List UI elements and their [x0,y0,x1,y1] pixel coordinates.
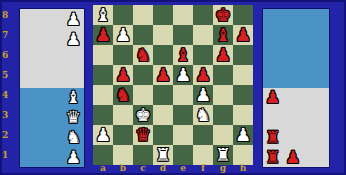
red-king[interactable]: ♚ [215,5,231,25]
square-e8[interactable] [173,5,193,25]
square-a2[interactable]: ♟ [93,125,113,145]
tray-row-7 [263,29,329,49]
rank-label: 7 [2,25,13,45]
square-f5[interactable]: ♟ [193,65,213,85]
square-d7[interactable] [153,25,173,45]
square-d4[interactable] [153,85,173,105]
red-pawn[interactable]: ♟ [115,65,131,85]
square-c8[interactable] [133,5,153,25]
white-knight[interactable]: ♞ [66,127,81,147]
square-b1[interactable] [113,145,133,165]
file-label: f [193,163,213,174]
square-b5[interactable]: ♟ [113,65,133,85]
white-pawn[interactable]: ♟ [66,9,81,29]
square-g8[interactable]: ♚ [213,5,233,25]
square-b8[interactable] [113,5,133,25]
tray-row-3: ♛ [20,107,84,127]
captured-tray-red: ♟♜♜♟ [262,8,330,168]
red-rook[interactable]: ♜ [265,127,280,147]
tray-row-4: ♟ [263,87,329,107]
square-h4[interactable] [233,85,253,105]
square-e4[interactable] [173,85,193,105]
tray-row-2: ♜ [263,127,329,147]
square-c2[interactable]: ♛ [133,125,153,145]
square-b3[interactable] [113,105,133,125]
white-rook[interactable]: ♜ [215,145,231,165]
tray-row-2: ♞ [20,127,84,147]
tray-row-7: ♟ [20,29,84,49]
white-king[interactable]: ♚ [135,105,151,125]
tray-row-5 [263,68,329,88]
square-a5[interactable] [93,65,113,85]
white-pawn[interactable]: ♟ [66,29,81,49]
white-knight[interactable]: ♞ [195,105,211,125]
square-d1[interactable]: ♜ [153,145,173,165]
square-a8[interactable]: ♝ [93,5,113,25]
red-knight[interactable]: ♞ [135,45,151,65]
square-a6[interactable] [93,45,113,65]
file-labels: abcdefgh [93,163,253,174]
square-a7[interactable]: ♟ [93,25,113,45]
square-c1[interactable] [133,145,153,165]
square-g5[interactable] [213,65,233,85]
square-a4[interactable] [93,85,113,105]
square-b4[interactable]: ♞ [113,85,133,105]
white-pawn[interactable]: ♟ [66,147,81,167]
tray-row-8 [263,9,329,29]
file-label: d [153,163,173,174]
square-g2[interactable] [213,125,233,145]
square-a3[interactable] [93,105,113,125]
tray-row-5 [20,68,84,87]
square-f2[interactable] [193,125,213,145]
square-f7[interactable] [193,25,213,45]
rank-labels: 87654321 [2,5,13,165]
white-queen[interactable]: ♛ [66,107,81,127]
white-pawn[interactable]: ♟ [195,85,211,105]
tray-row-4: ♝ [20,87,84,107]
tray-row-8: ♟ [20,9,84,29]
square-b7[interactable]: ♟ [113,25,133,45]
file-label: c [133,163,153,174]
file-label: g [213,163,233,174]
square-e6[interactable]: ♝ [173,45,193,65]
rank-label: 4 [2,85,13,105]
square-d8[interactable] [153,5,173,25]
rank-label: 6 [2,45,13,65]
square-f4[interactable]: ♟ [193,85,213,105]
tray-row-1: ♟ [20,147,84,167]
red-queen[interactable]: ♛ [135,125,151,145]
rank-label: 8 [2,5,13,25]
red-pawn[interactable]: ♟ [235,25,251,45]
square-h5[interactable] [233,65,253,85]
square-c5[interactable] [133,65,153,85]
square-d2[interactable] [153,125,173,145]
square-f6[interactable] [193,45,213,65]
square-c7[interactable] [133,25,153,45]
square-d6[interactable] [153,45,173,65]
square-g1[interactable]: ♜ [213,145,233,165]
square-e1[interactable] [173,145,193,165]
square-b2[interactable] [113,125,133,145]
square-g3[interactable] [213,105,233,125]
square-f1[interactable] [193,145,213,165]
rank-label: 1 [2,145,13,165]
red-pawn[interactable]: ♟ [195,65,211,85]
white-pawn[interactable]: ♟ [115,25,131,45]
red-pawn[interactable]: ♟ [215,45,231,65]
square-c6[interactable]: ♞ [133,45,153,65]
chess-app-window: 87654321 ♟♟♝♛♞♟ ♝♚♟♟♝♟♞♝♟♟♟♟♟♞♟♚♞♟♛♟♜♜ ♟… [0,0,346,175]
red-pawn[interactable]: ♟ [285,147,300,167]
square-g6[interactable]: ♟ [213,45,233,65]
white-bishop[interactable]: ♝ [95,5,111,25]
square-e3[interactable] [173,105,193,125]
white-pawn[interactable]: ♟ [95,125,111,145]
square-h3[interactable] [233,105,253,125]
red-pawn[interactable]: ♟ [265,87,280,107]
square-h2[interactable]: ♟ [233,125,253,145]
rank-label: 3 [2,105,13,125]
tray-row-3 [263,107,329,127]
board: ♝♚♟♟♝♟♞♝♟♟♟♟♟♞♟♚♞♟♛♟♜♜ [93,5,253,165]
square-e2[interactable] [173,125,193,145]
white-pawn[interactable]: ♟ [235,125,251,145]
file-label: h [233,163,253,174]
square-c4[interactable] [133,85,153,105]
red-pawn[interactable]: ♟ [95,25,111,45]
square-a1[interactable] [93,145,113,165]
red-rook[interactable]: ♜ [265,147,280,167]
red-bishop[interactable]: ♝ [175,45,191,65]
red-bishop[interactable]: ♝ [215,25,231,45]
rank-label: 5 [2,65,13,85]
tray-row-1: ♜♟ [263,147,329,167]
captured-tray-white: ♟♟♝♛♞♟ [19,8,85,168]
tray-row-6 [263,48,329,68]
tray-left-rows: ♟♟♝♛♞♟ [20,9,84,167]
square-e5[interactable]: ♟ [173,65,193,85]
square-b6[interactable] [113,45,133,65]
white-bishop[interactable]: ♝ [66,87,81,107]
white-rook[interactable]: ♜ [155,145,171,165]
file-label: a [93,163,113,174]
white-pawn[interactable]: ♟ [175,65,191,85]
square-f8[interactable] [193,5,213,25]
file-label: e [173,163,193,174]
square-d3[interactable] [153,105,173,125]
square-g7[interactable]: ♝ [213,25,233,45]
square-d5[interactable]: ♟ [153,65,173,85]
tray-right-rows: ♟♜♜♟ [263,9,329,167]
tray-row-6 [20,49,84,68]
rank-label: 2 [2,125,13,145]
square-c3[interactable]: ♚ [133,105,153,125]
square-h6[interactable] [233,45,253,65]
red-knight[interactable]: ♞ [115,85,131,105]
square-g4[interactable] [213,85,233,105]
square-e7[interactable] [173,25,193,45]
square-h7[interactable]: ♟ [233,25,253,45]
square-h1[interactable] [233,145,253,165]
square-f3[interactable]: ♞ [193,105,213,125]
file-label: b [113,163,133,174]
red-pawn[interactable]: ♟ [155,65,171,85]
square-h8[interactable] [233,5,253,25]
